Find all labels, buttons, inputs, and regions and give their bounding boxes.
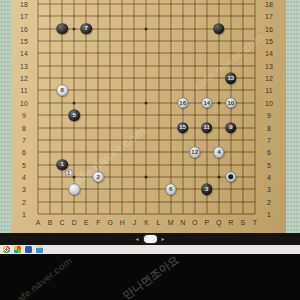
grid-line bbox=[38, 0, 39, 214]
grid-line bbox=[254, 0, 255, 214]
stone-black-P8: 11 bbox=[201, 122, 213, 134]
stone-black-Q16 bbox=[213, 23, 225, 35]
row-label-left: 12 bbox=[20, 75, 28, 82]
row-label-right: 6 bbox=[267, 149, 271, 156]
grid-line bbox=[134, 0, 135, 214]
file-explorer-icon[interactable] bbox=[36, 246, 43, 253]
row-label-right: 10 bbox=[265, 99, 273, 106]
grid-line bbox=[158, 0, 159, 214]
row-label-left: 9 bbox=[22, 112, 26, 119]
grid-line bbox=[194, 0, 195, 214]
col-label: K bbox=[144, 219, 149, 226]
grid-line bbox=[38, 78, 255, 79]
row-label-left: 16 bbox=[20, 25, 28, 32]
grid-line bbox=[38, 41, 255, 42]
stone-black-C16 bbox=[56, 23, 68, 35]
row-label-right: 13 bbox=[265, 62, 273, 69]
row-label-right: 16 bbox=[265, 25, 273, 32]
stone-white-R10: 10 bbox=[225, 97, 237, 109]
col-label: M bbox=[168, 219, 174, 226]
fabric-background-right bbox=[286, 0, 300, 233]
row-label-right: 11 bbox=[265, 87, 272, 94]
col-label: D bbox=[72, 219, 77, 226]
chrome-icon[interactable] bbox=[3, 246, 10, 253]
move-control-bar: ◂ ▸ bbox=[0, 233, 300, 245]
col-label: H bbox=[120, 219, 125, 226]
col-label: J bbox=[133, 219, 137, 226]
square-badge-marker: 1 bbox=[65, 169, 72, 176]
blue-app-icon[interactable] bbox=[25, 246, 32, 253]
grid-line bbox=[38, 127, 255, 128]
star-point bbox=[73, 101, 76, 104]
row-label-right: 14 bbox=[265, 50, 273, 57]
goban[interactable]: 1818171716161515141413131212111110109988… bbox=[11, 0, 286, 233]
stone-black-D9: 5 bbox=[68, 109, 80, 121]
row-label-left: 14 bbox=[20, 50, 28, 57]
stone-white-O6: 12 bbox=[189, 146, 201, 158]
grid-line bbox=[38, 139, 255, 140]
grid-line bbox=[122, 0, 123, 214]
row-label-right: 18 bbox=[265, 1, 273, 8]
row-label-left: 18 bbox=[20, 1, 28, 8]
col-label: A bbox=[36, 219, 41, 226]
grid-line bbox=[74, 0, 75, 214]
row-label-right: 15 bbox=[265, 38, 273, 45]
stone-white-C11: 8 bbox=[56, 85, 68, 97]
grid-line bbox=[38, 213, 255, 214]
row-label-right: 5 bbox=[267, 161, 271, 168]
row-label-left: 2 bbox=[22, 198, 26, 205]
stone-black-P3: 3 bbox=[201, 183, 213, 195]
row-label-left: 8 bbox=[22, 124, 26, 131]
stone-white-P10: 14 bbox=[201, 97, 213, 109]
stone-black-R8: 9 bbox=[225, 122, 237, 134]
star-point bbox=[73, 175, 76, 178]
col-label: E bbox=[84, 219, 89, 226]
photo-of-monitor: 1818171716161515141413131212111110109988… bbox=[0, 0, 300, 300]
row-label-right: 9 bbox=[267, 112, 271, 119]
fabric-background-left bbox=[0, 0, 11, 233]
row-label-left: 4 bbox=[22, 173, 26, 180]
col-label: S bbox=[241, 219, 246, 226]
row-label-left: 11 bbox=[20, 87, 27, 94]
stone-white-D3 bbox=[68, 183, 80, 195]
row-label-right: 3 bbox=[267, 186, 271, 193]
col-label: G bbox=[108, 219, 113, 226]
last-move-dot-marker bbox=[229, 175, 233, 179]
col-label: R bbox=[228, 219, 233, 226]
row-label-left: 3 bbox=[22, 186, 26, 193]
row-label-left: 13 bbox=[20, 62, 28, 69]
grid-line bbox=[170, 0, 171, 214]
col-label: B bbox=[48, 219, 53, 226]
grid-line bbox=[110, 0, 111, 214]
grid-line bbox=[38, 164, 255, 165]
row-label-left: 1 bbox=[22, 210, 26, 217]
star-point bbox=[145, 27, 148, 30]
row-label-right: 8 bbox=[267, 124, 271, 131]
windows-taskbar bbox=[0, 245, 300, 254]
col-label: P bbox=[204, 219, 209, 226]
grid-line bbox=[38, 53, 255, 54]
stone-black-N8: 15 bbox=[177, 122, 189, 134]
col-label: F bbox=[96, 219, 100, 226]
pinwheel-app-icon[interactable] bbox=[14, 246, 21, 253]
row-label-left: 15 bbox=[20, 38, 28, 45]
row-label-right: 4 bbox=[267, 173, 271, 180]
star-point bbox=[145, 175, 148, 178]
grid-line bbox=[242, 0, 243, 214]
col-label: O bbox=[192, 219, 197, 226]
grid-line bbox=[38, 65, 255, 66]
stone-black-E16: 7 bbox=[80, 23, 92, 35]
dark-desk-area bbox=[0, 254, 300, 300]
row-label-right: 12 bbox=[265, 75, 273, 82]
star-point bbox=[217, 101, 220, 104]
row-label-right: 17 bbox=[265, 13, 273, 20]
grid-line bbox=[38, 16, 255, 17]
star-point bbox=[217, 175, 220, 178]
stone-white-M3: 6 bbox=[165, 183, 177, 195]
play-toggle-button[interactable] bbox=[144, 235, 157, 243]
row-label-right: 2 bbox=[267, 198, 271, 205]
stone-white-F4: 2 bbox=[92, 171, 104, 183]
star-point bbox=[73, 27, 76, 30]
grid-line bbox=[38, 201, 255, 202]
stone-white-R4 bbox=[225, 171, 237, 183]
row-label-right: 7 bbox=[267, 136, 271, 143]
col-label: Q bbox=[216, 219, 221, 226]
next-move-button[interactable]: ▸ bbox=[162, 236, 165, 242]
grid-line bbox=[38, 90, 255, 91]
col-label: L bbox=[157, 219, 161, 226]
row-label-right: 1 bbox=[267, 210, 271, 217]
stone-black-R12: 13 bbox=[225, 72, 237, 84]
row-label-left: 17 bbox=[20, 13, 28, 20]
star-point bbox=[145, 101, 148, 104]
grid-line bbox=[38, 4, 255, 5]
stone-white-Q6: 4 bbox=[213, 146, 225, 158]
row-label-left: 6 bbox=[22, 149, 26, 156]
grid-line bbox=[50, 0, 51, 214]
row-label-left: 7 bbox=[22, 136, 26, 143]
stone-white-N10: 16 bbox=[177, 97, 189, 109]
col-label: N bbox=[180, 219, 185, 226]
col-label: C bbox=[60, 219, 65, 226]
grid-line bbox=[146, 0, 147, 214]
row-label-left: 10 bbox=[20, 99, 28, 106]
col-label: T bbox=[253, 219, 257, 226]
prev-move-button[interactable]: ◂ bbox=[135, 236, 138, 242]
row-label-left: 5 bbox=[22, 161, 26, 168]
